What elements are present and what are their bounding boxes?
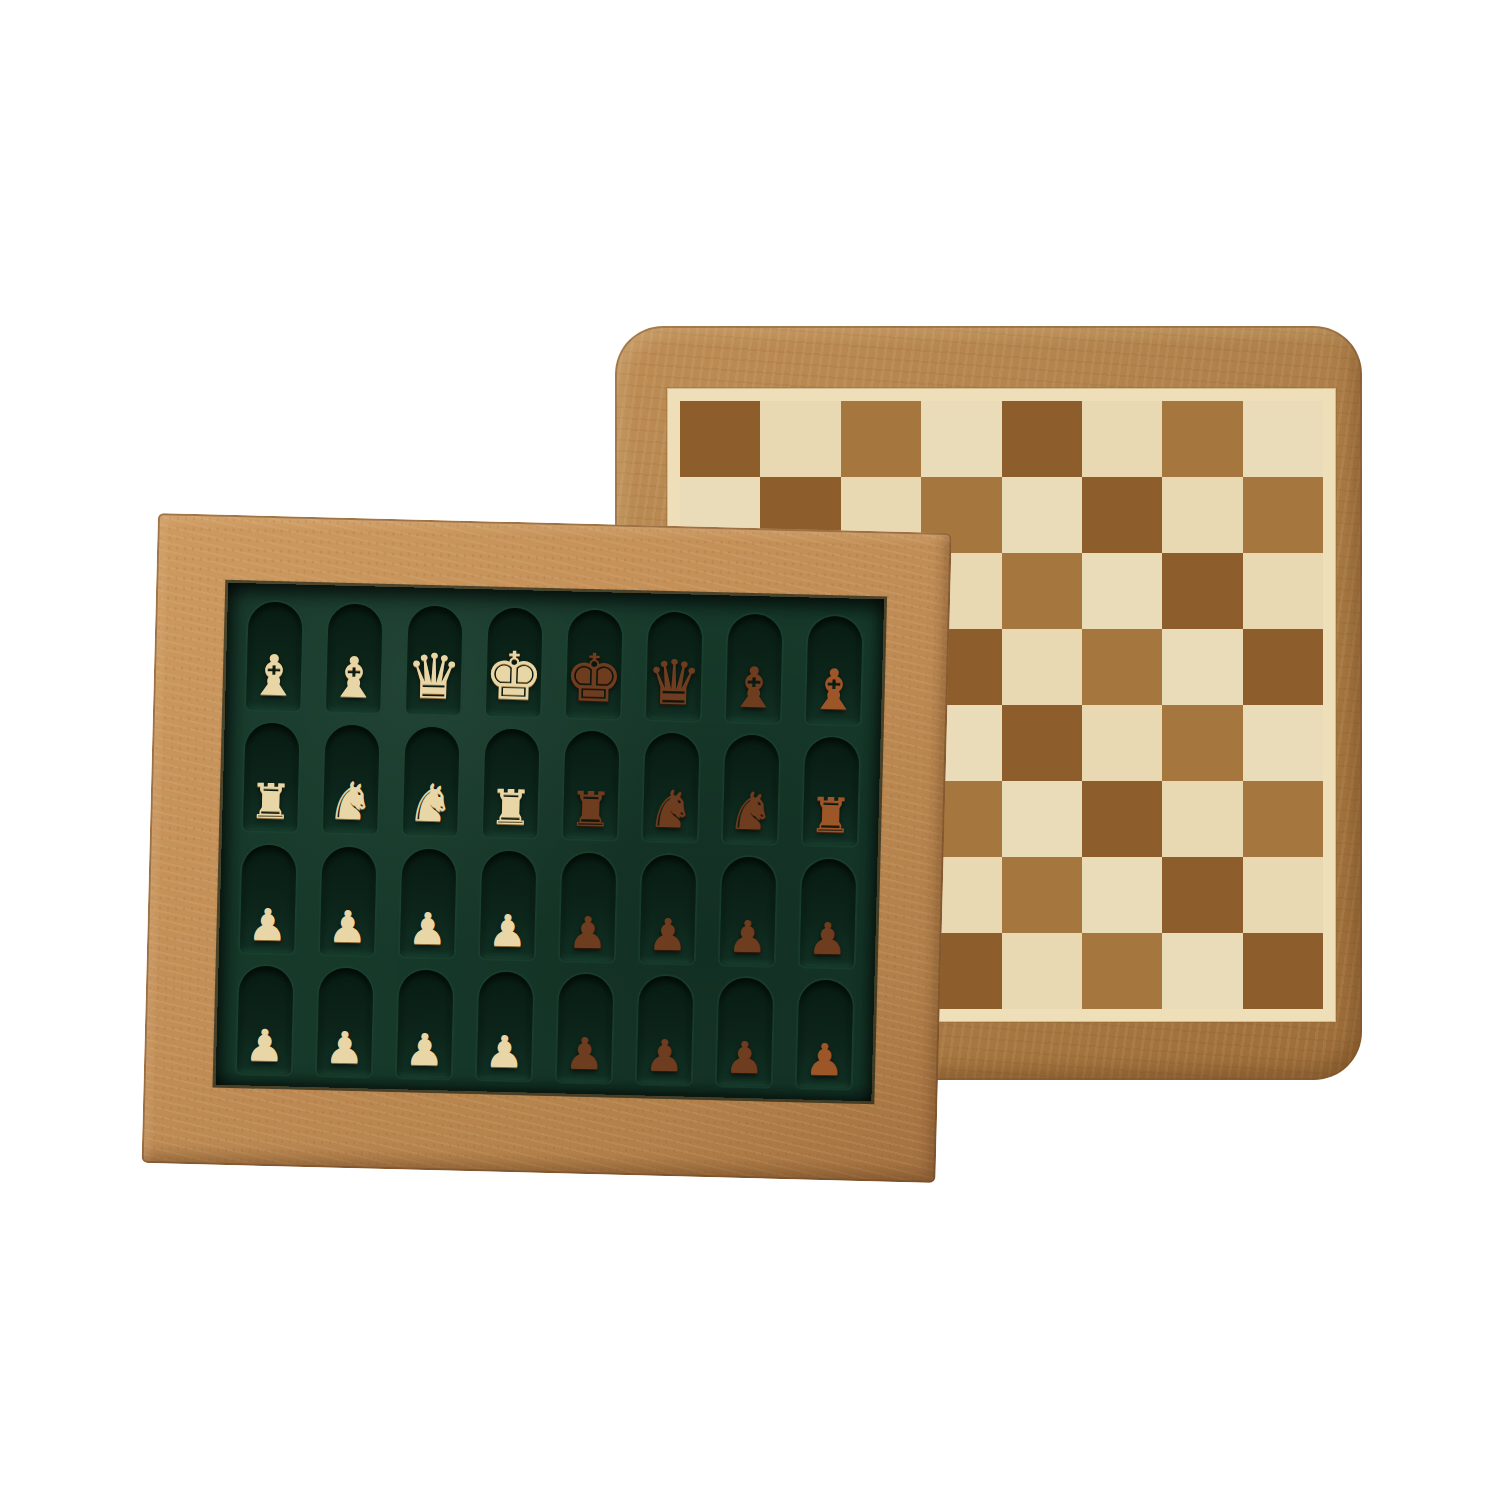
tray-piece-white-rook[interactable]: ♜ [489, 782, 533, 831]
tray-slot: ♟ [477, 971, 534, 1080]
tray-piece-black-pawn[interactable]: ♟ [727, 914, 768, 959]
board-square [1243, 857, 1323, 933]
tray-slot-cell: ♝ [313, 593, 396, 716]
board-square [1243, 629, 1323, 705]
tray-slot: ♟ [637, 975, 694, 1084]
tray-piece-white-bishop[interactable]: ♝ [248, 647, 300, 704]
board-square [1243, 477, 1323, 553]
tray-slot: ♞ [643, 732, 700, 841]
board-square [1082, 705, 1162, 781]
tray-slot-cell: ♛ [633, 601, 716, 724]
tray-slot-cell: ♜ [550, 721, 633, 844]
tray-piece-black-rook[interactable]: ♜ [569, 785, 613, 834]
tray-slot: ♟ [397, 969, 454, 1078]
tray-piece-black-pawn[interactable]: ♟ [724, 1036, 765, 1081]
tray-slot: ♟ [317, 967, 374, 1076]
board-square [921, 401, 1001, 477]
tray-piece-black-bishop[interactable]: ♝ [808, 661, 860, 718]
tray-slot: ♟ [557, 973, 614, 1082]
board-square [1002, 629, 1082, 705]
tray-piece-white-pawn[interactable]: ♟ [404, 1027, 445, 1072]
tray-slot-cell: ♟ [544, 963, 627, 1086]
tray-slot: ♟ [240, 844, 297, 953]
tray-slot-cell: ♟ [307, 836, 390, 959]
tray-slot-cell: ♟ [384, 959, 467, 1082]
tray-piece-black-pawn[interactable]: ♟ [567, 910, 608, 955]
tray-piece-white-pawn[interactable]: ♟ [484, 1029, 525, 1074]
board-square [1002, 553, 1082, 629]
tray-piece-black-bishop[interactable]: ♝ [728, 659, 780, 716]
board-square [680, 401, 760, 477]
board-square [1082, 781, 1162, 857]
board-square [1082, 553, 1162, 629]
tray-slot: ♜ [483, 728, 540, 837]
tray-piece-black-pawn[interactable]: ♟ [647, 912, 688, 957]
tray-slot-cell: ♟ [707, 846, 790, 969]
tray-slot-cell: ♜ [790, 727, 873, 850]
tray-slot: ♟ [720, 856, 777, 965]
tray-slot-cell: ♟ [227, 834, 310, 957]
tray-slot: ♜ [803, 736, 860, 845]
tray-slot-cell: ♜ [470, 719, 553, 842]
board-square [1162, 933, 1242, 1009]
board-square [1162, 857, 1242, 933]
tray-slot-cell: ♞ [310, 714, 393, 837]
board-square [1243, 553, 1323, 629]
tray-piece-white-pawn[interactable]: ♟ [327, 904, 368, 949]
tray-slot: ♟ [797, 979, 854, 1088]
tray-slot-cell: ♟ [224, 955, 307, 1078]
tray-slot: ♝ [246, 601, 303, 710]
product-photo-scene: ♝♝♛♚♚♛♝♝♜♞♞♜♜♞♞♜♟♟♟♟♟♟♟♟♟♟♟♟♟♟♟♟ [0, 0, 1500, 1500]
tray-slot: ♚ [566, 609, 623, 718]
tray-slot: ♜ [243, 722, 300, 831]
tray-slot-cell: ♛ [393, 595, 476, 718]
tray-slot-cell: ♟ [624, 966, 707, 1089]
tray-piece-black-rook[interactable]: ♜ [808, 791, 852, 840]
board-square [1243, 401, 1323, 477]
tray-piece-black-knight[interactable]: ♞ [727, 785, 775, 838]
tray-slot: ♟ [237, 965, 294, 1074]
board-square [1002, 857, 1082, 933]
tray-slot-cell: ♟ [787, 848, 870, 971]
tray-slot-cell: ♝ [793, 605, 876, 728]
tray-slot-cell: ♝ [233, 591, 316, 714]
tray-slot-cell: ♟ [467, 840, 550, 963]
tray-piece-white-knight[interactable]: ♞ [327, 774, 375, 827]
tray-piece-white-knight[interactable]: ♞ [407, 776, 455, 829]
board-square [1082, 933, 1162, 1009]
tray-piece-white-pawn[interactable]: ♟ [324, 1025, 365, 1070]
tray-slot: ♞ [403, 726, 460, 835]
tray-slot: ♝ [726, 613, 783, 722]
tray-piece-white-pawn[interactable]: ♟ [244, 1023, 285, 1068]
piece-tray: ♝♝♛♚♚♛♝♝♜♞♞♜♜♞♞♜♟♟♟♟♟♟♟♟♟♟♟♟♟♟♟♟ [142, 513, 952, 1183]
board-square [1162, 477, 1242, 553]
board-square [1002, 781, 1082, 857]
board-square [1162, 629, 1242, 705]
tray-piece-white-rook[interactable]: ♜ [249, 776, 293, 825]
tray-slot-cell: ♚ [473, 597, 556, 720]
tray-piece-black-pawn[interactable]: ♟ [807, 916, 848, 961]
tray-slot-cell: ♜ [230, 712, 313, 835]
board-square [1162, 401, 1242, 477]
tray-slot-cell: ♝ [713, 603, 796, 726]
board-square [1082, 857, 1162, 933]
board-square [1002, 401, 1082, 477]
tray-piece-white-pawn[interactable]: ♟ [407, 906, 448, 951]
board-square [1002, 477, 1082, 553]
tray-slot: ♛ [406, 605, 463, 714]
board-square [1082, 629, 1162, 705]
tray-slot: ♟ [640, 854, 697, 963]
board-square [1162, 705, 1242, 781]
tray-slot: ♜ [563, 730, 620, 839]
tray-slot-cell: ♟ [304, 957, 387, 1080]
board-square [1243, 781, 1323, 857]
board-square [841, 401, 921, 477]
tray-piece-black-pawn[interactable]: ♟ [644, 1033, 685, 1078]
board-square [1002, 705, 1082, 781]
tray-felt: ♝♝♛♚♚♛♝♝♜♞♞♜♜♞♞♜♟♟♟♟♟♟♟♟♟♟♟♟♟♟♟♟ [216, 583, 884, 1101]
tray-slot-cell: ♞ [390, 717, 473, 840]
tray-piece-white-king[interactable]: ♚ [484, 643, 545, 710]
tray-slot-cell: ♚ [553, 599, 636, 722]
tray-slot-cell: ♟ [704, 968, 787, 1091]
board-square [1162, 553, 1242, 629]
tray-slot: ♚ [486, 607, 543, 716]
board-square [1243, 933, 1323, 1009]
tray-slot: ♟ [320, 846, 377, 955]
tray-slot: ♟ [560, 852, 617, 961]
board-square [1082, 401, 1162, 477]
board-square [1002, 933, 1082, 1009]
board-square [1162, 781, 1242, 857]
tray-slot: ♝ [806, 615, 863, 724]
board-square [1243, 705, 1323, 781]
tray-slot: ♛ [646, 611, 703, 720]
tray-piece-black-queen[interactable]: ♛ [645, 651, 702, 714]
tray-piece-white-pawn[interactable]: ♟ [487, 908, 528, 953]
tray-slot-cell: ♞ [630, 723, 713, 846]
tray-slot: ♟ [400, 848, 457, 957]
tray-piece-black-king[interactable]: ♚ [564, 645, 625, 712]
tray-slot-cell: ♞ [710, 725, 793, 848]
tray-slot: ♟ [800, 858, 857, 967]
tray-slot: ♞ [323, 724, 380, 833]
tray-piece-black-pawn[interactable]: ♟ [564, 1031, 605, 1076]
tray-slot-cell: ♟ [387, 838, 470, 961]
tray-piece-black-knight[interactable]: ♞ [647, 782, 695, 835]
tray-slot: ♟ [480, 850, 537, 959]
tray-slot-cell: ♟ [464, 961, 547, 1084]
board-square [760, 401, 840, 477]
tray-piece-white-queen[interactable]: ♛ [405, 645, 462, 708]
tray-slot: ♟ [717, 977, 774, 1086]
tray-slots: ♝♝♛♚♚♛♝♝♜♞♞♜♜♞♞♜♟♟♟♟♟♟♟♟♟♟♟♟♟♟♟♟ [224, 591, 876, 1093]
tray-slot-cell: ♟ [547, 842, 630, 965]
tray-piece-white-bishop[interactable]: ♝ [328, 649, 380, 706]
tray-slot-cell: ♟ [627, 844, 710, 967]
tray-slot-cell: ♟ [784, 970, 867, 1093]
tray-slot: ♞ [723, 734, 780, 843]
tray-piece-white-pawn[interactable]: ♟ [247, 902, 288, 947]
board-square [1082, 477, 1162, 553]
tray-piece-black-pawn[interactable]: ♟ [804, 1038, 845, 1083]
tray-slot: ♝ [326, 603, 383, 712]
